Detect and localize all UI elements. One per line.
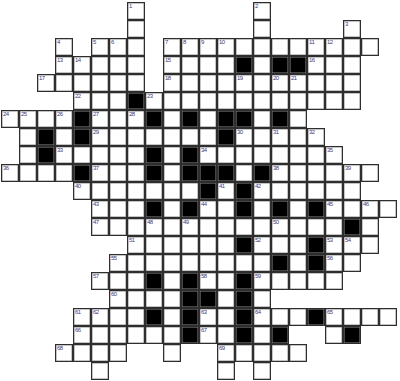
grid-cell-r4c19[interactable] [343,74,361,92]
grid-cell-r9c16[interactable] [289,164,307,182]
grid-cell-r10c19[interactable] [343,182,361,200]
outside-area [379,128,397,146]
grid-cell-r14c6[interactable]: 55 [109,254,127,272]
grid-cell-r15c17[interactable] [307,272,325,290]
grid-cell-r13c20[interactable] [361,236,379,254]
grid-cell-r17c5[interactable]: 62 [91,308,109,326]
grid-cell-r5c19[interactable] [343,92,361,110]
grid-cell-r4c14[interactable] [253,74,271,92]
grid-cell-r8c17[interactable] [307,146,325,164]
grid-cell-r9c3[interactable] [55,164,73,182]
outside-area [19,236,37,254]
grid-cell-r4c13[interactable]: 19 [235,74,253,92]
grid-cell-r14c10[interactable] [181,254,199,272]
grid-cell-r18c14[interactable] [253,326,271,344]
grid-cell-r2c15[interactable] [271,38,289,56]
grid-cell-r14c11[interactable] [199,254,217,272]
grid-cell-r6c9[interactable] [163,110,181,128]
grid-cell-r17c7[interactable] [127,308,145,326]
grid-cell-r15c15[interactable] [271,272,289,290]
clue-number-30: 30 [237,129,243,136]
grid-cell-r8c14[interactable] [253,146,271,164]
outside-area [55,308,73,326]
grid-cell-r3c10[interactable] [181,56,199,74]
grid-cell-r11c5[interactable]: 43 [91,200,109,218]
grid-cell-r6c14[interactable] [253,110,271,128]
grid-cell-r4c15[interactable]: 20 [271,74,289,92]
grid-cell-r14c19[interactable] [343,254,361,272]
clue-number-48: 48 [147,219,153,226]
grid-cell-r3c3[interactable]: 13 [55,56,73,74]
grid-cell-r4c4[interactable] [73,74,91,92]
grid-cell-r10c12[interactable]: 41 [217,182,235,200]
grid-cell-r7c5[interactable]: 29 [91,128,109,146]
clue-number-9: 9 [201,39,204,46]
grid-cell-r5c10[interactable] [181,92,199,110]
grid-cell-r17c4[interactable]: 61 [73,308,91,326]
grid-cell-r7c15[interactable]: 31 [271,128,289,146]
grid-cell-r3c14[interactable] [253,56,271,74]
grid-cell-r13c12[interactable] [217,236,235,254]
grid-cell-r8c11[interactable]: 34 [199,146,217,164]
grid-cell-r3c12[interactable] [217,56,235,74]
grid-cell-r15c11[interactable]: 58 [199,272,217,290]
grid-cell-r4c10[interactable] [181,74,199,92]
outside-area [55,290,73,308]
grid-cell-r17c11[interactable]: 63 [199,308,217,326]
grid-cell-r5c17[interactable] [307,92,325,110]
grid-cell-r12c9[interactable] [163,218,181,236]
grid-cell-r18c7[interactable] [127,326,145,344]
outside-area [199,344,217,362]
grid-cell-r12c17[interactable] [307,218,325,236]
grid-cell-r10c16[interactable] [289,182,307,200]
grid-cell-r5c12[interactable] [217,92,235,110]
outside-area [289,20,307,38]
grid-cell-r7c1[interactable] [19,128,37,146]
grid-cell-r12c15[interactable]: 50 [271,218,289,236]
grid-cell-r17c20[interactable] [361,308,379,326]
grid-cell-r17c18[interactable]: 65 [325,308,343,326]
grid-cell-r15c14[interactable]: 59 [253,272,271,290]
grid-cell-r7c13[interactable]: 30 [235,128,253,146]
grid-cell-r11c21[interactable] [379,200,397,218]
grid-cell-r17c14[interactable]: 64 [253,308,271,326]
clue-number-26: 26 [57,111,63,118]
clue-number-52: 52 [255,237,261,244]
outside-area [73,200,91,218]
grid-cell-r8c18[interactable]: 35 [325,146,343,164]
grid-cell-r7c3[interactable] [55,128,73,146]
grid-cell-r9c9[interactable] [163,164,181,182]
grid-cell-r12c10[interactable]: 49 [181,218,199,236]
grid-cell-r4c7[interactable] [127,74,145,92]
outside-area [127,344,145,362]
grid-cell-r18c5[interactable] [91,326,109,344]
grid-cell-r6c7[interactable]: 28 [127,110,145,128]
grid-cell-r20c14[interactable] [253,362,271,380]
grid-cell-r10c10[interactable] [181,182,199,200]
grid-cell-r10c5[interactable] [91,182,109,200]
grid-cell-r4c18[interactable] [325,74,343,92]
grid-cell-r14c9[interactable] [163,254,181,272]
grid-cell-r6c3[interactable]: 26 [55,110,73,128]
grid-cell-r8c12[interactable] [217,146,235,164]
grid-cell-r19c16[interactable] [289,344,307,362]
grid-cell-r18c12[interactable] [217,326,235,344]
grid-cell-r20c5[interactable] [91,362,109,380]
grid-cell-r13c15[interactable] [271,236,289,254]
grid-cell-r8c4[interactable] [73,146,91,164]
grid-cell-r7c8[interactable] [145,128,163,146]
grid-cell-r13c14[interactable]: 52 [253,236,271,254]
black-square [181,146,199,164]
grid-cell-r19c3[interactable]: 68 [55,344,73,362]
clue-number-32: 32 [309,129,315,136]
grid-cell-r17c6[interactable] [109,308,127,326]
clue-number-62: 62 [93,309,99,316]
grid-cell-r7c9[interactable] [163,128,181,146]
clue-number-39: 39 [345,165,351,172]
grid-cell-r10c7[interactable] [127,182,145,200]
grid-cell-r9c6[interactable] [109,164,127,182]
grid-cell-r2c3[interactable]: 4 [55,38,73,56]
grid-cell-r7c6[interactable] [109,128,127,146]
grid-cell-r13c7[interactable]: 51 [127,236,145,254]
grid-cell-r12c8[interactable]: 48 [145,218,163,236]
grid-cell-r17c12[interactable] [217,308,235,326]
grid-cell-r19c14[interactable] [253,344,271,362]
grid-cell-r7c17[interactable]: 32 [307,128,325,146]
grid-cell-r18c4[interactable]: 66 [73,326,91,344]
grid-cell-r2c7[interactable] [127,38,145,56]
grid-cell-r5c13[interactable] [235,92,253,110]
grid-cell-r19c9[interactable] [163,344,181,362]
grid-cell-r5c6[interactable] [109,92,127,110]
outside-area [289,290,307,308]
black-square [271,254,289,272]
grid-cell-r0c7[interactable]: 1 [127,2,145,20]
grid-cell-r14c14[interactable] [253,254,271,272]
grid-cell-r12c12[interactable] [217,218,235,236]
outside-area [55,272,73,290]
grid-cell-r8c3[interactable]: 33 [55,146,73,164]
grid-cell-r13c16[interactable] [289,236,307,254]
grid-cell-r9c1[interactable] [19,164,37,182]
black-square [307,236,325,254]
outside-area [379,236,397,254]
grid-cell-r15c12[interactable] [217,272,235,290]
grid-cell-r4c16[interactable]: 21 [289,74,307,92]
grid-cell-r19c12[interactable]: 69 [217,344,235,362]
grid-cell-r17c21[interactable] [379,308,397,326]
grid-cell-r18c9[interactable] [163,326,181,344]
grid-cell-r5c15[interactable] [271,92,289,110]
grid-cell-r16c9[interactable] [163,290,181,308]
grid-cell-r15c6[interactable] [109,272,127,290]
grid-cell-r10c17[interactable] [307,182,325,200]
grid-cell-r3c17[interactable]: 16 [307,56,325,74]
grid-cell-r11c11[interactable]: 44 [199,200,217,218]
grid-cell-r4c5[interactable] [91,74,109,92]
grid-cell-r11c16[interactable] [289,200,307,218]
outside-area [1,254,19,272]
grid-cell-r15c18[interactable] [325,272,343,290]
clue-number-1: 1 [129,3,132,10]
grid-cell-r12c14[interactable] [253,218,271,236]
grid-cell-r9c17[interactable] [307,164,325,182]
outside-area [1,182,19,200]
outside-area [163,2,181,20]
grid-cell-r5c9[interactable] [163,92,181,110]
grid-cell-r4c11[interactable] [199,74,217,92]
grid-cell-r12c13[interactable] [235,218,253,236]
grid-cell-r16c6[interactable]: 60 [109,290,127,308]
grid-cell-r13c19[interactable]: 54 [343,236,361,254]
outside-area [145,74,163,92]
grid-cell-r8c1[interactable] [19,146,37,164]
grid-cell-r2c9[interactable]: 7 [163,38,181,56]
grid-cell-r4c17[interactable] [307,74,325,92]
grid-cell-r7c10[interactable] [181,128,199,146]
grid-cell-r17c15[interactable] [271,308,289,326]
grid-cell-r3c11[interactable] [199,56,217,74]
grid-cell-r14c16[interactable] [289,254,307,272]
grid-cell-r10c6[interactable] [109,182,127,200]
grid-cell-r4c3[interactable] [55,74,73,92]
grid-cell-r14c18[interactable]: 56 [325,254,343,272]
grid-cell-r9c7[interactable] [127,164,145,182]
outside-area [37,272,55,290]
clue-number-42: 42 [255,183,261,190]
grid-cell-r9c13[interactable] [235,164,253,182]
outside-area [379,272,397,290]
clue-number-37: 37 [93,165,99,172]
grid-cell-r2c20[interactable] [361,38,379,56]
grid-cell-r19c4[interactable] [73,344,91,362]
grid-cell-r12c11[interactable] [199,218,217,236]
clue-number-61: 61 [75,309,81,316]
grid-cell-r20c12[interactable] [217,362,235,380]
grid-cell-r11c6[interactable] [109,200,127,218]
grid-cell-r7c14[interactable] [253,128,271,146]
grid-cell-r11c19[interactable] [343,200,361,218]
outside-area [145,344,163,362]
grid-cell-r4c2[interactable]: 17 [37,74,55,92]
grid-cell-r2c10[interactable]: 8 [181,38,199,56]
grid-cell-r9c18[interactable] [325,164,343,182]
outside-area [55,218,73,236]
grid-cell-r3c7[interactable] [127,56,145,74]
clue-number-10: 10 [219,39,225,46]
grid-cell-r12c6[interactable] [109,218,127,236]
grid-cell-r18c8[interactable] [145,326,163,344]
grid-cell-r6c2[interactable] [37,110,55,128]
grid-cell-r12c7[interactable] [127,218,145,236]
grid-cell-r3c9[interactable]: 15 [163,56,181,74]
grid-cell-r5c4[interactable]: 22 [73,92,91,110]
grid-cell-r12c5[interactable]: 47 [91,218,109,236]
grid-cell-r1c19[interactable]: 3 [343,20,361,38]
grid-cell-r12c16[interactable] [289,218,307,236]
grid-cell-r2c13[interactable] [235,38,253,56]
outside-area [307,110,325,128]
grid-cell-r12c18[interactable] [325,218,343,236]
clue-number-55: 55 [111,255,117,262]
outside-area [91,254,109,272]
grid-cell-r8c5[interactable] [91,146,109,164]
grid-cell-r2c6[interactable]: 6 [109,38,127,56]
grid-cell-r16c12[interactable] [217,290,235,308]
grid-cell-r12c20[interactable] [361,218,379,236]
grid-cell-r19c5[interactable] [91,344,109,362]
grid-cell-r14c12[interactable] [217,254,235,272]
grid-cell-r5c11[interactable] [199,92,217,110]
outside-area [19,56,37,74]
grid-cell-r18c11[interactable]: 67 [199,326,217,344]
grid-cell-r9c20[interactable] [361,164,379,182]
grid-cell-r11c9[interactable] [163,200,181,218]
grid-cell-r16c14[interactable] [253,290,271,308]
grid-cell-r15c9[interactable] [163,272,181,290]
grid-cell-r10c18[interactable] [325,182,343,200]
grid-cell-r6c11[interactable] [199,110,217,128]
grid-cell-r11c12[interactable] [217,200,235,218]
grid-cell-r3c19[interactable] [343,56,361,74]
black-square [235,326,253,344]
grid-cell-r6c5[interactable]: 27 [91,110,109,128]
outside-area [343,110,361,128]
grid-cell-r19c13[interactable] [235,344,253,362]
outside-area [217,2,235,20]
grid-cell-r9c2[interactable] [37,164,55,182]
grid-cell-r6c0[interactable]: 24 [1,110,19,128]
outside-area [19,254,37,272]
outside-area [307,344,325,362]
grid-cell-r7c16[interactable] [289,128,307,146]
grid-cell-r13c18[interactable]: 53 [325,236,343,254]
grid-cell-r18c18[interactable] [325,326,343,344]
grid-cell-r11c7[interactable] [127,200,145,218]
outside-area [1,146,19,164]
grid-cell-r16c8[interactable] [145,290,163,308]
grid-cell-r2c14[interactable] [253,38,271,56]
grid-cell-r18c6[interactable] [109,326,127,344]
grid-cell-r4c12[interactable] [217,74,235,92]
grid-cell-r13c11[interactable] [199,236,217,254]
grid-cell-r9c5[interactable]: 37 [91,164,109,182]
grid-cell-r5c18[interactable] [325,92,343,110]
grid-cell-r5c5[interactable] [91,92,109,110]
grid-cell-r2c17[interactable]: 11 [307,38,325,56]
grid-cell-r13c9[interactable] [163,236,181,254]
grid-cell-r4c9[interactable]: 18 [163,74,181,92]
grid-cell-r8c16[interactable] [289,146,307,164]
grid-cell-r8c15[interactable] [271,146,289,164]
grid-cell-r8c9[interactable] [163,146,181,164]
outside-area [1,20,19,38]
outside-area [361,290,379,308]
grid-cell-r8c6[interactable] [109,146,127,164]
grid-cell-r2c5[interactable]: 5 [91,38,109,56]
grid-cell-r11c18[interactable]: 45 [325,200,343,218]
grid-cell-r11c14[interactable] [253,200,271,218]
grid-cell-r3c4[interactable]: 14 [73,56,91,74]
grid-cell-r1c7[interactable] [127,20,145,38]
grid-cell-r14c7[interactable] [127,254,145,272]
outside-area [55,362,73,380]
grid-cell-r17c16[interactable] [289,308,307,326]
grid-cell-r13c10[interactable] [181,236,199,254]
grid-cell-r7c11[interactable] [199,128,217,146]
grid-cell-r15c16[interactable] [289,272,307,290]
grid-cell-r17c19[interactable] [343,308,361,326]
grid-cell-r3c5[interactable] [91,56,109,74]
grid-cell-r2c19[interactable] [343,38,361,56]
grid-cell-r9c15[interactable]: 38 [271,164,289,182]
outside-area [271,362,289,380]
grid-cell-r7c7[interactable] [127,128,145,146]
grid-cell-r13c8[interactable] [145,236,163,254]
outside-area [361,56,379,74]
outside-area [37,38,55,56]
outside-area [127,362,145,380]
grid-cell-r5c16[interactable] [289,92,307,110]
grid-cell-r8c7[interactable] [127,146,145,164]
grid-cell-r14c8[interactable] [145,254,163,272]
grid-cell-r3c18[interactable] [325,56,343,74]
grid-cell-r8c13[interactable] [235,146,253,164]
grid-cell-r6c1[interactable]: 25 [19,110,37,128]
outside-area [37,236,55,254]
grid-cell-r9c19[interactable]: 39 [343,164,361,182]
grid-cell-r15c5[interactable]: 57 [91,272,109,290]
grid-cell-r3c6[interactable] [109,56,127,74]
grid-cell-r9c0[interactable]: 36 [1,164,19,182]
grid-cell-r0c14[interactable]: 2 [253,2,271,20]
grid-cell-r14c13[interactable] [235,254,253,272]
grid-cell-r6c6[interactable] [109,110,127,128]
grid-cell-r4c6[interactable] [109,74,127,92]
grid-cell-r10c4[interactable]: 40 [73,182,91,200]
grid-cell-r6c16[interactable] [289,110,307,128]
outside-area [19,2,37,20]
outside-area [379,254,397,272]
grid-cell-r5c8[interactable]: 23 [145,92,163,110]
grid-cell-r10c14[interactable]: 42 [253,182,271,200]
grid-cell-r2c16[interactable] [289,38,307,56]
grid-cell-r17c9[interactable] [163,308,181,326]
black-square [289,56,307,74]
grid-cell-r15c7[interactable] [127,272,145,290]
grid-cell-r10c8[interactable] [145,182,163,200]
grid-cell-r16c7[interactable] [127,290,145,308]
outside-area [73,272,91,290]
outside-area [19,218,37,236]
grid-cell-r2c12[interactable]: 10 [217,38,235,56]
grid-cell-r19c6[interactable] [109,344,127,362]
grid-cell-r10c9[interactable] [163,182,181,200]
grid-cell-r10c15[interactable] [271,182,289,200]
grid-cell-r5c14[interactable] [253,92,271,110]
grid-cell-r1c14[interactable] [253,20,271,38]
grid-cell-r11c20[interactable]: 46 [361,200,379,218]
outside-area [55,326,73,344]
clue-number-16: 16 [309,57,315,64]
grid-cell-r2c18[interactable]: 12 [325,38,343,56]
grid-cell-r19c15[interactable] [271,344,289,362]
grid-cell-r2c11[interactable]: 9 [199,38,217,56]
